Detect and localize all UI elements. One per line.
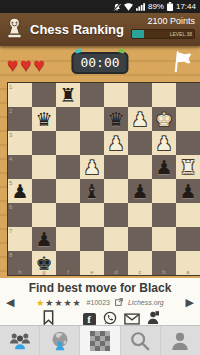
star-rating[interactable]: ★★★★★ xyxy=(36,298,81,308)
puzzle-id: #10023 xyxy=(87,299,110,306)
piece-black-queen: ♛ xyxy=(107,110,124,129)
piece-black-bishop: ♝ xyxy=(83,182,100,201)
file-label: c xyxy=(139,269,142,275)
square-b5[interactable] xyxy=(152,179,176,203)
nav-tab-friends[interactable] xyxy=(0,326,40,355)
signal-icon xyxy=(136,3,145,11)
timer-knob-right xyxy=(118,48,125,54)
square-d3[interactable]: ♟ xyxy=(104,131,128,155)
rank-label: 6 xyxy=(9,204,12,210)
piece-black-rook: ♜ xyxy=(59,86,76,105)
square-g6[interactable] xyxy=(32,203,56,227)
square-g3[interactable] xyxy=(32,131,56,155)
square-a8[interactable]: a xyxy=(176,251,200,275)
hud-bar: ♥♥♥ 00:00 xyxy=(0,46,200,82)
square-g8[interactable]: g♚ xyxy=(32,251,56,275)
clock-text: 17:44 xyxy=(176,2,196,11)
star-icon[interactable]: ★ xyxy=(45,298,54,308)
square-h2[interactable]: 2 xyxy=(8,107,32,131)
square-e5[interactable]: ♝ xyxy=(80,179,104,203)
square-c2[interactable]: ♟ xyxy=(128,107,152,131)
resign-flag-icon[interactable] xyxy=(171,50,195,78)
chess-board: 1♜2♛♛♟♚3♟♟4♟♟♜5♟♝♟♟67♟8hg♚fedcba xyxy=(7,82,200,276)
square-c5[interactable]: ♟ xyxy=(128,179,152,203)
square-f5[interactable] xyxy=(56,179,80,203)
square-f1[interactable]: ♜ xyxy=(56,83,80,107)
hearts: ♥♥♥ xyxy=(7,55,45,74)
puzzle-instruction: Find best move for Black xyxy=(0,278,200,296)
square-e4[interactable]: ♟ xyxy=(80,155,104,179)
square-e8[interactable]: e xyxy=(80,251,104,275)
world-icon xyxy=(49,331,71,351)
square-c6[interactable] xyxy=(128,203,152,227)
timer-value: 00:00 xyxy=(80,55,119,70)
square-b4[interactable]: ♟ xyxy=(152,155,176,179)
file-label: e xyxy=(90,269,93,275)
square-g1[interactable] xyxy=(32,83,56,107)
square-a2[interactable] xyxy=(176,107,200,131)
square-b3[interactable]: ♟ xyxy=(152,131,176,155)
piece-black-pawn: ♟ xyxy=(155,158,172,177)
square-h6[interactable]: 6 xyxy=(8,203,32,227)
square-a3[interactable] xyxy=(176,131,200,155)
square-d7[interactable] xyxy=(104,227,128,251)
square-f7[interactable] xyxy=(56,227,80,251)
timer-knob-left xyxy=(75,48,82,54)
square-b8[interactable]: b xyxy=(152,251,176,275)
square-f8[interactable]: f xyxy=(56,251,80,275)
square-h1[interactable]: 1 xyxy=(8,83,32,107)
square-f2[interactable] xyxy=(56,107,80,131)
square-c8[interactable]: c xyxy=(128,251,152,275)
level-label: LEVEL 38 xyxy=(170,31,192,37)
bottom-nav xyxy=(0,325,200,355)
file-label: f xyxy=(67,269,69,275)
square-g2[interactable]: ♛ xyxy=(32,107,56,131)
square-c7[interactable] xyxy=(128,227,152,251)
search-icon xyxy=(130,331,150,351)
points-label: 2100 Points xyxy=(131,16,195,26)
square-a5[interactable]: ♟ xyxy=(176,179,200,203)
piece-white-pawn: ♟ xyxy=(131,110,148,129)
piece-black-king: ♚ xyxy=(35,254,52,273)
square-h5[interactable]: 5♟ xyxy=(8,179,32,203)
star-icon[interactable]: ★ xyxy=(63,298,72,308)
rank-label: 8 xyxy=(9,252,12,258)
square-d8[interactable]: d xyxy=(104,251,128,275)
rank-label: 1 xyxy=(9,84,12,90)
square-g4[interactable] xyxy=(32,155,56,179)
app-title: Chess Ranking xyxy=(30,22,124,37)
puzzle-source-link[interactable]: Lichess.org xyxy=(128,299,164,306)
square-e2[interactable] xyxy=(80,107,104,131)
nav-tab-world[interactable] xyxy=(40,326,80,355)
square-e7[interactable] xyxy=(80,227,104,251)
app-logo-icon xyxy=(5,17,24,43)
mute-icon xyxy=(113,3,121,11)
puzzle-panel: Find best move for Black ◀ ★★★★★ #10023 … xyxy=(0,278,200,330)
piece-black-pawn: ♟ xyxy=(179,182,196,201)
piece-white-pawn: ♟ xyxy=(107,134,124,153)
battery-percent: 89% xyxy=(148,2,164,11)
square-g7[interactable]: ♟ xyxy=(32,227,56,251)
star-icon[interactable]: ★ xyxy=(73,298,82,308)
square-e6[interactable] xyxy=(80,203,104,227)
puzzle-meta-row: ◀ ★★★★★ #10023 Lichess.org ▶ xyxy=(0,296,200,309)
rank-label: 2 xyxy=(9,108,12,114)
square-d1[interactable] xyxy=(104,83,128,107)
profile-icon xyxy=(170,331,190,351)
nav-tab-search[interactable] xyxy=(121,326,161,355)
square-d6[interactable] xyxy=(104,203,128,227)
square-a4[interactable]: ♜ xyxy=(176,155,200,179)
square-h8[interactable]: 8h xyxy=(8,251,32,275)
nav-tab-profile[interactable] xyxy=(161,326,200,355)
square-a6[interactable] xyxy=(176,203,200,227)
app-bar: Chess Ranking 2100 Points LEVEL 38 xyxy=(0,13,200,46)
file-label: a xyxy=(186,269,189,275)
square-b1[interactable] xyxy=(152,83,176,107)
square-d2[interactable]: ♛ xyxy=(104,107,128,131)
square-d5[interactable] xyxy=(104,179,128,203)
piece-black-pawn: ♟ xyxy=(131,182,148,201)
rank-label: 4 xyxy=(9,156,12,162)
piece-black-queen: ♛ xyxy=(35,110,52,129)
board-icon xyxy=(90,331,110,351)
rank-label: 3 xyxy=(9,132,12,138)
rank-label: 7 xyxy=(9,228,12,234)
square-a1[interactable] xyxy=(176,83,200,107)
next-puzzle-button[interactable]: ▶ xyxy=(186,297,194,308)
piece-white-king: ♚ xyxy=(155,110,172,129)
square-c1[interactable] xyxy=(128,83,152,107)
square-g5[interactable] xyxy=(32,179,56,203)
file-label: d xyxy=(114,269,117,275)
square-f6[interactable] xyxy=(56,203,80,227)
piece-black-pawn: ♟ xyxy=(11,182,28,201)
piece-black-pawn: ♟ xyxy=(35,230,52,249)
square-f3[interactable] xyxy=(56,131,80,155)
game-area: ♥♥♥ 00:00 1♜2♛♛♟♚3♟♟4♟♟♜5♟♝♟♟67♟8hg♚fedc… xyxy=(0,46,200,278)
square-e3[interactable] xyxy=(80,131,104,155)
prev-puzzle-button[interactable]: ◀ xyxy=(6,297,14,308)
piece-white-rook: ♜ xyxy=(179,158,196,177)
file-label: h xyxy=(18,269,21,275)
square-h7[interactable]: 7 xyxy=(8,227,32,251)
level-progress-bar: LEVEL 38 xyxy=(131,29,195,39)
heart-icon: ♥ xyxy=(20,55,31,74)
battery-icon xyxy=(167,2,173,11)
square-c3[interactable] xyxy=(128,131,152,155)
square-b7[interactable] xyxy=(152,227,176,251)
square-b6[interactable] xyxy=(152,203,176,227)
nav-tab-board[interactable] xyxy=(80,326,120,355)
external-link-icon[interactable] xyxy=(115,298,123,307)
star-icon[interactable]: ★ xyxy=(36,298,45,308)
square-a7[interactable] xyxy=(176,227,200,251)
square-c4[interactable] xyxy=(128,155,152,179)
level-progress-fill xyxy=(132,30,144,38)
square-b2[interactable]: ♚ xyxy=(152,107,176,131)
heart-icon: ♥ xyxy=(7,55,18,74)
square-e1[interactable] xyxy=(80,83,104,107)
wifi-icon xyxy=(124,3,133,11)
status-bar: 89% 17:44 xyxy=(0,0,200,13)
square-h4[interactable]: 4 xyxy=(8,155,32,179)
piece-white-pawn: ♟ xyxy=(83,158,100,177)
timer: 00:00 xyxy=(71,52,128,74)
square-f4[interactable] xyxy=(56,155,80,179)
square-d4[interactable] xyxy=(104,155,128,179)
friends-icon xyxy=(8,331,32,351)
square-h3[interactable]: 3 xyxy=(8,131,32,155)
piece-white-pawn: ♟ xyxy=(155,134,172,153)
file-label: b xyxy=(162,269,165,275)
heart-icon: ♥ xyxy=(34,55,45,74)
